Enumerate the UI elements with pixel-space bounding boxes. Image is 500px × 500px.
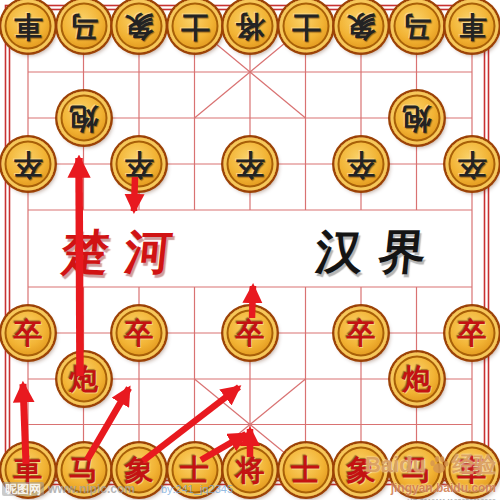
baidu-paw-icon <box>428 454 450 476</box>
piece-black-general[interactable]: 将 <box>224 0 277 53</box>
piece-black-chariot[interactable]: 車 <box>446 0 499 53</box>
piece-character: 卒 <box>14 150 43 179</box>
piece-character: 炮 <box>69 365 98 394</box>
piece-character: 卒 <box>347 150 376 179</box>
xiangqi-board: 楚河 汉界 車马象士将士象马車炮炮卒卒卒卒卒卒卒卒卒卒炮炮車马象士将士象马車 昵… <box>0 0 500 500</box>
piece-black-elephant[interactable]: 象 <box>335 0 388 53</box>
piece-character: 士 <box>180 12 209 41</box>
piece-character: 卒 <box>236 319 265 348</box>
piece-red-soldier[interactable]: 卒 <box>224 307 277 360</box>
piece-black-soldier[interactable]: 卒 <box>335 138 388 191</box>
piece-character: 士 <box>291 456 320 485</box>
piece-character: 卒 <box>236 150 265 179</box>
nipic-site-text: www.nipic.com <box>48 482 135 496</box>
nipic-author-text: by:241_jq2345 <box>161 483 233 495</box>
piece-black-advisor[interactable]: 士 <box>168 0 221 53</box>
piece-red-soldier[interactable]: 卒 <box>335 307 388 360</box>
piece-character: 卒 <box>14 319 43 348</box>
piece-character: 卒 <box>458 150 487 179</box>
piece-black-horse[interactable]: 马 <box>390 0 443 53</box>
piece-character: 马 <box>69 12 98 41</box>
piece-black-advisor[interactable]: 士 <box>279 0 332 53</box>
piece-character: 卒 <box>458 319 487 348</box>
piece-character: 卒 <box>347 319 376 348</box>
baidu-jingyan-text: 经验 <box>452 450 496 480</box>
piece-character: 卒 <box>125 319 154 348</box>
piece-black-soldier[interactable]: 卒 <box>446 138 499 191</box>
piece-character: 象 <box>347 12 376 41</box>
piece-character: 马 <box>402 12 431 41</box>
piece-black-elephant[interactable]: 象 <box>113 0 166 53</box>
piece-black-soldier[interactable]: 卒 <box>113 138 166 191</box>
piece-red-soldier[interactable]: 卒 <box>2 307 55 360</box>
piece-character: 車 <box>458 12 487 41</box>
piece-character: 卒 <box>125 150 154 179</box>
piece-black-cannon[interactable]: 炮 <box>390 92 443 145</box>
piece-character: 将 <box>236 12 265 41</box>
baidu-jingyan-watermark: Baidu 经验 jingyan.baidu.com HQ:2019111419… <box>365 450 496 500</box>
piece-character: 将 <box>236 456 265 485</box>
piece-character: 象 <box>125 12 154 41</box>
piece-red-cannon[interactable]: 炮 <box>390 353 443 406</box>
piece-black-cannon[interactable]: 炮 <box>57 92 110 145</box>
piece-layer: 車马象士将士象马車炮炮卒卒卒卒卒卒卒卒卒卒炮炮車马象士将士象马車 <box>28 26 472 470</box>
baidu-site-text: jingyan.baidu.com <box>365 481 496 495</box>
nipic-logo: 昵图网 <box>2 482 44 496</box>
piece-red-advisor[interactable]: 士 <box>279 444 332 497</box>
piece-character: 士 <box>291 12 320 41</box>
piece-black-soldier[interactable]: 卒 <box>224 138 277 191</box>
piece-black-chariot[interactable]: 車 <box>2 0 55 53</box>
piece-character: 炮 <box>402 365 431 394</box>
piece-character: 炮 <box>402 104 431 133</box>
piece-character: 車 <box>14 12 43 41</box>
piece-character: 炮 <box>69 104 98 133</box>
piece-black-soldier[interactable]: 卒 <box>2 138 55 191</box>
piece-red-soldier[interactable]: 卒 <box>446 307 499 360</box>
baidu-brand-text: Baidu <box>365 452 426 478</box>
piece-red-cannon[interactable]: 炮 <box>57 353 110 406</box>
piece-red-soldier[interactable]: 卒 <box>113 307 166 360</box>
piece-black-horse[interactable]: 马 <box>57 0 110 53</box>
nipic-watermark: 昵图网www.nipic.comby:241_jq2345 <box>2 481 233 498</box>
